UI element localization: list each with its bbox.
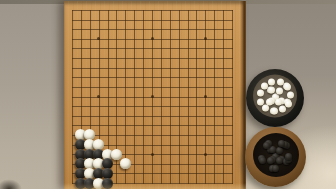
grid-line-vertical bbox=[188, 10, 189, 184]
white-stone-bowl-contents bbox=[253, 75, 297, 118]
star-point bbox=[151, 95, 154, 98]
white-bowl-stone bbox=[285, 100, 292, 107]
white-bowl-stone bbox=[277, 79, 284, 86]
grid-line-vertical bbox=[161, 10, 162, 184]
white-stone bbox=[120, 158, 131, 169]
grid-line-horizontal bbox=[72, 116, 233, 117]
black-bowl-stone bbox=[278, 140, 285, 147]
star-point bbox=[97, 37, 100, 40]
black-bowl-stone bbox=[269, 146, 276, 153]
black-bowl-stone bbox=[267, 157, 274, 164]
white-bowl-stone bbox=[271, 108, 278, 115]
white-bowl-stone bbox=[276, 88, 283, 95]
black-stone-bowl bbox=[245, 127, 306, 187]
star-point bbox=[204, 153, 207, 156]
board-grid bbox=[72, 10, 233, 184]
grid-line-horizontal bbox=[72, 106, 233, 107]
star-point bbox=[204, 37, 207, 40]
white-bowl-stone bbox=[268, 87, 275, 94]
black-bowl-stone bbox=[259, 157, 266, 164]
white-bowl-stone bbox=[268, 78, 275, 85]
background-left-wall bbox=[0, 0, 64, 189]
star-point bbox=[204, 95, 207, 98]
white-bowl-stone bbox=[279, 106, 286, 113]
star-point bbox=[97, 95, 100, 98]
white-bowl-stone bbox=[257, 90, 264, 97]
black-bowl-stone bbox=[276, 157, 283, 164]
grid-line-vertical bbox=[232, 10, 233, 184]
star-point bbox=[151, 37, 154, 40]
white-bowl-stone bbox=[287, 91, 294, 98]
grid-line-vertical bbox=[214, 10, 215, 184]
black-bowl-stone bbox=[276, 147, 283, 154]
grid-line-horizontal bbox=[72, 135, 233, 136]
grid-line-vertical bbox=[196, 10, 197, 184]
grid-line-vertical bbox=[179, 10, 180, 184]
grid-line-vertical bbox=[170, 10, 171, 184]
white-bowl-stone bbox=[284, 84, 291, 91]
grid-line-vertical bbox=[223, 10, 224, 184]
grid-line-horizontal bbox=[72, 125, 233, 126]
go-board bbox=[64, 1, 246, 189]
black-bowl-stone bbox=[272, 165, 279, 172]
black-stone-bowl-contents bbox=[253, 133, 299, 177]
star-point bbox=[151, 153, 154, 156]
go-game-photo-scene bbox=[0, 0, 336, 189]
black-bowl-stone bbox=[285, 153, 292, 160]
black-bowl-stone bbox=[263, 142, 270, 149]
white-stone bbox=[111, 149, 122, 160]
white-bowl-stone bbox=[262, 105, 269, 112]
board-bottom-edge bbox=[64, 183, 246, 189]
white-stone-bowl bbox=[246, 69, 304, 127]
